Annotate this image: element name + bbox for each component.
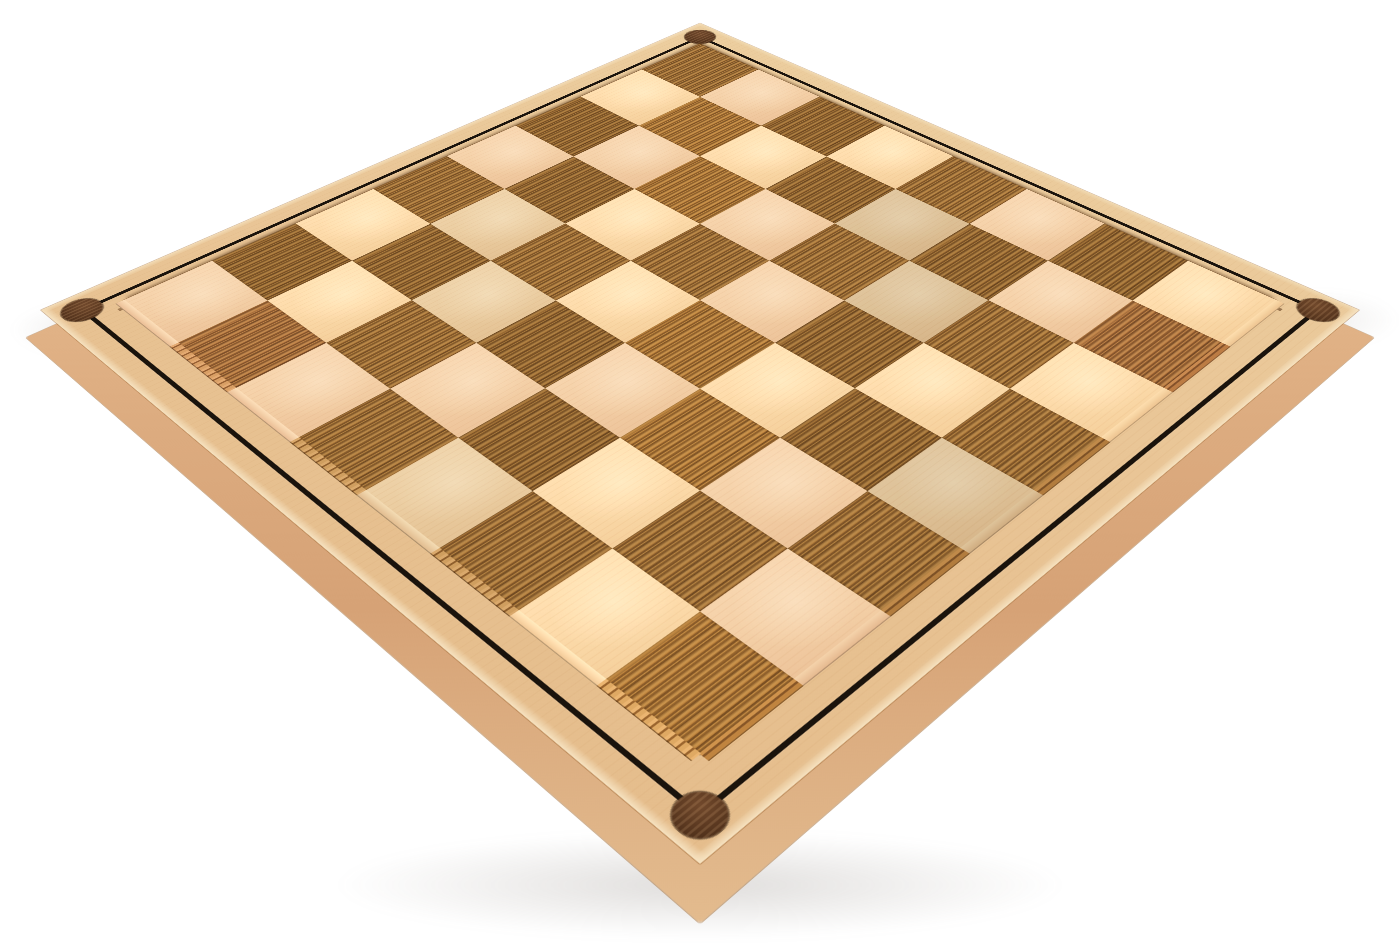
playing-field — [123, 43, 1276, 754]
chess-board — [41, 23, 1359, 864]
product-photo-stage — [0, 0, 1400, 950]
